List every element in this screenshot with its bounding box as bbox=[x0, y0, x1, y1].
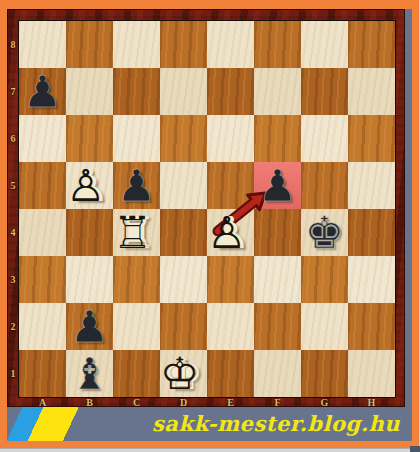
square-e8[interactable] bbox=[207, 21, 254, 68]
square-f7[interactable] bbox=[254, 68, 301, 115]
square-h3[interactable] bbox=[348, 256, 395, 303]
square-h8[interactable] bbox=[348, 21, 395, 68]
footer-bar: sakk-mester.blog.hu bbox=[7, 407, 412, 441]
square-c3[interactable] bbox=[113, 256, 160, 303]
square-c5[interactable]: ♟ bbox=[113, 162, 160, 209]
square-a8[interactable] bbox=[19, 21, 66, 68]
square-d6[interactable] bbox=[160, 115, 207, 162]
square-g4[interactable]: ♚ bbox=[301, 209, 348, 256]
slate-panel: 87654321 ABCDEFGH ♟♟♙♟♟♜♖♟♙♚♟♝♚♔ sakk-me… bbox=[7, 9, 412, 441]
square-f3[interactable] bbox=[254, 256, 301, 303]
square-c8[interactable] bbox=[113, 21, 160, 68]
square-h1[interactable] bbox=[348, 350, 395, 397]
square-d8[interactable] bbox=[160, 21, 207, 68]
chess-board-frame: 87654321 ABCDEFGH ♟♟♙♟♟♜♖♟♙♚♟♝♚♔ bbox=[7, 9, 405, 407]
square-d2[interactable] bbox=[160, 303, 207, 350]
square-h2[interactable] bbox=[348, 303, 395, 350]
square-f8[interactable] bbox=[254, 21, 301, 68]
square-d1[interactable]: ♚♔ bbox=[160, 350, 207, 397]
square-b1[interactable]: ♝ bbox=[66, 350, 113, 397]
black-bishop: ♝ bbox=[66, 350, 113, 397]
square-b2[interactable]: ♟ bbox=[66, 303, 113, 350]
square-f5[interactable]: ♟ bbox=[254, 162, 301, 209]
square-e5[interactable] bbox=[207, 162, 254, 209]
square-f4[interactable] bbox=[254, 209, 301, 256]
white-pawn: ♟♙ bbox=[207, 209, 254, 256]
piece-outline: ♖ bbox=[113, 209, 152, 256]
rank-label-3: 3 bbox=[8, 256, 18, 303]
square-a4[interactable] bbox=[19, 209, 66, 256]
square-d3[interactable] bbox=[160, 256, 207, 303]
square-d5[interactable] bbox=[160, 162, 207, 209]
board-squares: ♟♟♙♟♟♜♖♟♙♚♟♝♚♔ bbox=[18, 20, 396, 398]
square-e7[interactable] bbox=[207, 68, 254, 115]
square-a3[interactable] bbox=[19, 256, 66, 303]
square-b3[interactable] bbox=[66, 256, 113, 303]
square-d7[interactable] bbox=[160, 68, 207, 115]
square-g1[interactable] bbox=[301, 350, 348, 397]
rank-label-1: 1 bbox=[8, 350, 18, 397]
square-e4[interactable]: ♟♙ bbox=[207, 209, 254, 256]
footer-link[interactable]: sakk-mester.blog.hu bbox=[152, 411, 400, 436]
square-h4[interactable] bbox=[348, 209, 395, 256]
square-d4[interactable] bbox=[160, 209, 207, 256]
rank-label-2: 2 bbox=[8, 303, 18, 350]
rank-label-7: 7 bbox=[8, 68, 18, 115]
square-f1[interactable] bbox=[254, 350, 301, 397]
square-c4[interactable]: ♜♖ bbox=[113, 209, 160, 256]
black-pawn: ♟ bbox=[254, 162, 301, 209]
black-pawn: ♟ bbox=[19, 68, 66, 115]
square-a5[interactable] bbox=[19, 162, 66, 209]
square-g6[interactable] bbox=[301, 115, 348, 162]
square-b4[interactable] bbox=[66, 209, 113, 256]
square-c1[interactable] bbox=[113, 350, 160, 397]
square-f2[interactable] bbox=[254, 303, 301, 350]
white-king: ♚♔ bbox=[160, 350, 207, 397]
square-a1[interactable] bbox=[19, 350, 66, 397]
edge-shadow-bottom bbox=[0, 448, 420, 452]
square-c6[interactable] bbox=[113, 115, 160, 162]
piece-outline: ♔ bbox=[160, 350, 199, 397]
white-pawn: ♟♙ bbox=[66, 162, 113, 209]
rank-label-5: 5 bbox=[8, 162, 18, 209]
square-a6[interactable] bbox=[19, 115, 66, 162]
square-b8[interactable] bbox=[66, 21, 113, 68]
square-b5[interactable]: ♟♙ bbox=[66, 162, 113, 209]
square-e3[interactable] bbox=[207, 256, 254, 303]
square-h5[interactable] bbox=[348, 162, 395, 209]
rank-label-4: 4 bbox=[8, 209, 18, 256]
black-pawn: ♟ bbox=[66, 303, 113, 350]
black-king: ♚ bbox=[301, 209, 348, 256]
white-rook: ♜♖ bbox=[113, 209, 160, 256]
square-c2[interactable] bbox=[113, 303, 160, 350]
chess-diagram: 87654321 ABCDEFGH ♟♟♙♟♟♜♖♟♙♚♟♝♚♔ sakk-me… bbox=[0, 0, 420, 452]
square-g7[interactable] bbox=[301, 68, 348, 115]
footer-ribbon bbox=[7, 407, 103, 441]
square-a7[interactable]: ♟ bbox=[19, 68, 66, 115]
square-e1[interactable] bbox=[207, 350, 254, 397]
rank-label-8: 8 bbox=[8, 21, 18, 68]
square-b6[interactable] bbox=[66, 115, 113, 162]
square-f6[interactable] bbox=[254, 115, 301, 162]
corner-shadow bbox=[410, 446, 420, 452]
square-c7[interactable] bbox=[113, 68, 160, 115]
square-g8[interactable] bbox=[301, 21, 348, 68]
square-e2[interactable] bbox=[207, 303, 254, 350]
square-h6[interactable] bbox=[348, 115, 395, 162]
square-h7[interactable] bbox=[348, 68, 395, 115]
piece-outline: ♙ bbox=[207, 209, 246, 256]
square-g5[interactable] bbox=[301, 162, 348, 209]
square-e6[interactable] bbox=[207, 115, 254, 162]
square-g3[interactable] bbox=[301, 256, 348, 303]
black-pawn: ♟ bbox=[113, 162, 160, 209]
rank-label-6: 6 bbox=[8, 115, 18, 162]
square-g2[interactable] bbox=[301, 303, 348, 350]
square-a2[interactable] bbox=[19, 303, 66, 350]
piece-outline: ♙ bbox=[66, 162, 105, 209]
square-b7[interactable] bbox=[66, 68, 113, 115]
